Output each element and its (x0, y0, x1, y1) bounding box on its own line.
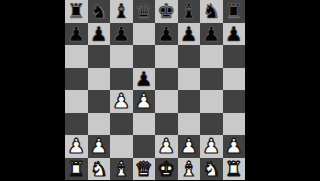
letterbox-right (245, 0, 320, 180)
square-f5[interactable] (178, 68, 201, 91)
square-g2[interactable]: ♟ (200, 135, 223, 158)
piece-black-pawn: ♟ (90, 22, 108, 45)
piece-white-queen: ♛ (135, 157, 153, 180)
square-e5[interactable] (155, 68, 178, 91)
square-e6[interactable] (155, 45, 178, 68)
square-f1[interactable]: ♝ (178, 158, 201, 181)
square-h2[interactable]: ♟ (223, 135, 246, 158)
square-f3[interactable] (178, 113, 201, 136)
square-h3[interactable] (223, 113, 246, 136)
square-e4[interactable] (155, 90, 178, 113)
letterbox-left (0, 0, 65, 180)
square-f2[interactable]: ♟ (178, 135, 201, 158)
square-e3[interactable] (155, 113, 178, 136)
square-b2[interactable]: ♟ (88, 135, 111, 158)
piece-black-pawn: ♟ (157, 22, 175, 45)
square-f7[interactable]: ♟ (178, 23, 201, 46)
square-a5[interactable] (65, 68, 88, 91)
piece-white-pawn: ♟ (67, 135, 85, 158)
piece-white-knight: ♞ (90, 157, 108, 180)
square-f4[interactable] (178, 90, 201, 113)
square-g7[interactable]: ♟ (200, 23, 223, 46)
piece-black-pawn: ♟ (135, 67, 153, 90)
square-a2[interactable]: ♟ (65, 135, 88, 158)
square-c8[interactable]: ♝ (110, 0, 133, 23)
square-h7[interactable]: ♟ (223, 23, 246, 46)
square-h5[interactable] (223, 68, 246, 91)
piece-black-bishop: ♝ (180, 0, 198, 22)
piece-black-rook: ♜ (67, 0, 85, 22)
square-g3[interactable] (200, 113, 223, 136)
piece-black-knight: ♞ (202, 0, 220, 22)
square-b7[interactable]: ♟ (88, 23, 111, 46)
piece-white-pawn: ♟ (112, 90, 130, 113)
video-frame: ♜♞♝♛♚♝♞♜♟♟♟♟♟♟♟♟♟♟♟♟♟♟♟♟♜♞♝♛♚♝♞♜ (0, 0, 320, 180)
square-b8[interactable]: ♞ (88, 0, 111, 23)
square-e2[interactable]: ♟ (155, 135, 178, 158)
square-d8[interactable]: ♛ (133, 0, 156, 23)
square-g5[interactable] (200, 68, 223, 91)
piece-white-bishop: ♝ (112, 157, 130, 180)
square-c5[interactable] (110, 68, 133, 91)
square-h6[interactable] (223, 45, 246, 68)
square-g8[interactable]: ♞ (200, 0, 223, 23)
square-c4[interactable]: ♟ (110, 90, 133, 113)
square-d3[interactable] (133, 113, 156, 136)
piece-black-rook: ♜ (225, 0, 243, 22)
square-e8[interactable]: ♚ (155, 0, 178, 23)
square-d2[interactable] (133, 135, 156, 158)
square-a3[interactable] (65, 113, 88, 136)
square-c6[interactable] (110, 45, 133, 68)
square-d6[interactable] (133, 45, 156, 68)
square-a1[interactable]: ♜ (65, 158, 88, 181)
square-c7[interactable]: ♟ (110, 23, 133, 46)
square-d4[interactable]: ♟ (133, 90, 156, 113)
piece-white-pawn: ♟ (225, 135, 243, 158)
piece-white-king: ♚ (157, 157, 175, 180)
piece-white-pawn: ♟ (90, 135, 108, 158)
square-a7[interactable]: ♟ (65, 23, 88, 46)
piece-black-king: ♚ (157, 0, 175, 22)
square-h4[interactable] (223, 90, 246, 113)
square-c3[interactable] (110, 113, 133, 136)
square-f8[interactable]: ♝ (178, 0, 201, 23)
square-h8[interactable]: ♜ (223, 0, 246, 23)
piece-white-pawn: ♟ (202, 135, 220, 158)
piece-black-pawn: ♟ (67, 22, 85, 45)
piece-white-knight: ♞ (202, 157, 220, 180)
square-g6[interactable] (200, 45, 223, 68)
square-a8[interactable]: ♜ (65, 0, 88, 23)
square-h1[interactable]: ♜ (223, 158, 246, 181)
piece-white-pawn: ♟ (157, 135, 175, 158)
square-d1[interactable]: ♛ (133, 158, 156, 181)
square-c1[interactable]: ♝ (110, 158, 133, 181)
square-e7[interactable]: ♟ (155, 23, 178, 46)
square-e1[interactable]: ♚ (155, 158, 178, 181)
square-d7[interactable] (133, 23, 156, 46)
piece-black-pawn: ♟ (180, 22, 198, 45)
piece-white-bishop: ♝ (180, 157, 198, 180)
square-b3[interactable] (88, 113, 111, 136)
piece-white-rook: ♜ (67, 157, 85, 180)
piece-black-pawn: ♟ (225, 22, 243, 45)
piece-white-rook: ♜ (225, 157, 243, 180)
square-b1[interactable]: ♞ (88, 158, 111, 181)
square-g4[interactable] (200, 90, 223, 113)
square-g1[interactable]: ♞ (200, 158, 223, 181)
square-c2[interactable] (110, 135, 133, 158)
square-a6[interactable] (65, 45, 88, 68)
piece-white-pawn: ♟ (180, 135, 198, 158)
square-f6[interactable] (178, 45, 201, 68)
square-a4[interactable] (65, 90, 88, 113)
piece-black-knight: ♞ (90, 0, 108, 22)
chess-board[interactable]: ♜♞♝♛♚♝♞♜♟♟♟♟♟♟♟♟♟♟♟♟♟♟♟♟♜♞♝♛♚♝♞♜ (65, 0, 245, 180)
square-d5[interactable]: ♟ (133, 68, 156, 91)
piece-black-bishop: ♝ (112, 0, 130, 22)
square-b5[interactable] (88, 68, 111, 91)
square-b6[interactable] (88, 45, 111, 68)
piece-black-pawn: ♟ (112, 22, 130, 45)
piece-black-queen: ♛ (135, 0, 153, 22)
piece-white-pawn: ♟ (135, 90, 153, 113)
piece-black-pawn: ♟ (202, 22, 220, 45)
square-b4[interactable] (88, 90, 111, 113)
